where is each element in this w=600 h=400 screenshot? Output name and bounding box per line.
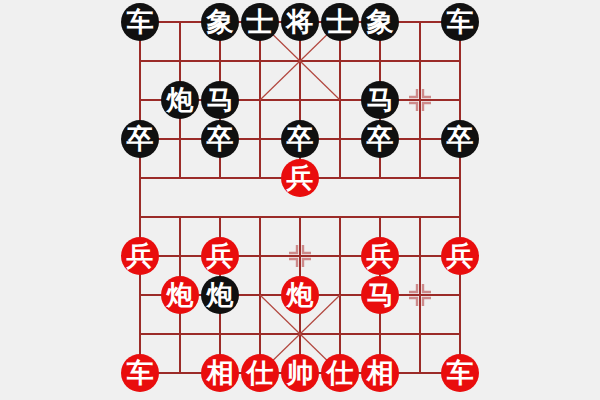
piece-red-soldier[interactable]: 兵 [441, 237, 479, 275]
piece-red-elephant[interactable]: 相 [201, 354, 239, 392]
piece-black-cannon[interactable]: 炮 [201, 276, 239, 314]
piece-black-elephant[interactable]: 象 [201, 3, 239, 41]
piece-black-horse[interactable]: 马 [201, 81, 239, 119]
piece-black-soldier[interactable]: 卒 [281, 120, 319, 158]
piece-black-soldier[interactable]: 卒 [121, 120, 159, 158]
piece-red-chariot[interactable]: 车 [121, 354, 159, 392]
piece-black-soldier[interactable]: 卒 [201, 120, 239, 158]
piece-red-general[interactable]: 帅 [281, 354, 319, 392]
piece-black-soldier[interactable]: 卒 [441, 120, 479, 158]
piece-black-soldier[interactable]: 卒 [361, 120, 399, 158]
piece-red-soldier[interactable]: 兵 [121, 237, 159, 275]
piece-red-soldier[interactable]: 兵 [281, 159, 319, 197]
piece-red-soldier[interactable]: 兵 [361, 237, 399, 275]
piece-black-cannon[interactable]: 炮 [161, 81, 199, 119]
piece-red-chariot[interactable]: 车 [441, 354, 479, 392]
piece-red-elephant[interactable]: 相 [361, 354, 399, 392]
piece-red-cannon[interactable]: 炮 [161, 276, 199, 314]
piece-red-cannon[interactable]: 炮 [281, 276, 319, 314]
board-grid [0, 0, 600, 400]
piece-red-advisor[interactable]: 仕 [241, 354, 279, 392]
piece-red-soldier[interactable]: 兵 [201, 237, 239, 275]
piece-red-horse[interactable]: 马 [361, 276, 399, 314]
piece-black-chariot[interactable]: 车 [121, 3, 159, 41]
piece-black-horse[interactable]: 马 [361, 81, 399, 119]
piece-black-chariot[interactable]: 车 [441, 3, 479, 41]
xiangqi-board[interactable]: 车象士将士象车炮马马卒卒卒卒卒兵兵兵兵兵炮炮炮马车相仕帅仕相车 [0, 0, 600, 400]
piece-black-general[interactable]: 将 [281, 3, 319, 41]
piece-black-advisor[interactable]: 士 [241, 3, 279, 41]
piece-red-advisor[interactable]: 仕 [321, 354, 359, 392]
piece-black-advisor[interactable]: 士 [321, 3, 359, 41]
xiangqi-app: 车象士将士象车炮马马卒卒卒卒卒兵兵兵兵兵炮炮炮马车相仕帅仕相车 [0, 0, 600, 400]
piece-black-elephant[interactable]: 象 [361, 3, 399, 41]
